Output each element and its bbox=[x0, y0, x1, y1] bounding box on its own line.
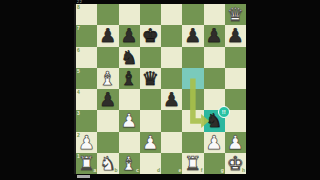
square-b3[interactable] bbox=[97, 110, 118, 131]
piece-black-pawn[interactable]: ♟ bbox=[119, 25, 140, 46]
square-c6[interactable]: ♞ bbox=[119, 47, 140, 68]
square-d2[interactable]: ♟ bbox=[140, 132, 161, 153]
piece-black-pawn[interactable]: ♟ bbox=[97, 89, 118, 110]
square-g2[interactable]: ♟ bbox=[204, 132, 225, 153]
piece-white-pawn[interactable]: ♟ bbox=[76, 132, 97, 153]
square-a4[interactable]: 4 bbox=[76, 89, 97, 110]
piece-black-pawn[interactable]: ♟ bbox=[182, 25, 203, 46]
bottom-left-marker bbox=[77, 175, 90, 178]
rank-label-7: 7 bbox=[77, 26, 80, 31]
square-g8[interactable] bbox=[204, 4, 225, 25]
rank-label-4: 4 bbox=[77, 90, 80, 95]
square-d3[interactable] bbox=[140, 110, 161, 131]
rank-label-8: 8 bbox=[77, 5, 80, 10]
square-a6[interactable]: 6 bbox=[76, 47, 97, 68]
brilliant-move-badge: !! bbox=[218, 106, 230, 118]
app-background: 22 !! 8♛7♟♟♚♟♟♟6♞5♝♝♛4♟♟3♟♞2♟♟♟♟1a♜b♞c♝d… bbox=[0, 0, 320, 180]
square-a1[interactable]: 1a♜ bbox=[76, 153, 97, 174]
square-c7[interactable]: ♟ bbox=[119, 25, 140, 46]
square-b2[interactable] bbox=[97, 132, 118, 153]
square-b4[interactable]: ♟ bbox=[97, 89, 118, 110]
rank-label-5: 5 bbox=[77, 69, 80, 74]
square-e3[interactable] bbox=[161, 110, 182, 131]
piece-white-pawn[interactable]: ♟ bbox=[140, 132, 161, 153]
file-label-g: g bbox=[221, 168, 224, 173]
square-c3[interactable]: ♟ bbox=[119, 110, 140, 131]
square-c1[interactable]: c♝ bbox=[119, 153, 140, 174]
square-a8[interactable]: 8 bbox=[76, 4, 97, 25]
square-b5[interactable]: ♝ bbox=[97, 68, 118, 89]
square-h5[interactable] bbox=[225, 68, 246, 89]
square-e8[interactable] bbox=[161, 4, 182, 25]
piece-white-king[interactable]: ♚ bbox=[225, 153, 246, 174]
square-c8[interactable] bbox=[119, 4, 140, 25]
square-e5[interactable] bbox=[161, 68, 182, 89]
piece-white-pawn[interactable]: ♟ bbox=[119, 110, 140, 131]
file-label-e: e bbox=[178, 168, 181, 173]
chess-board[interactable]: !! 8♛7♟♟♚♟♟♟6♞5♝♝♛4♟♟3♟♞2♟♟♟♟1a♜b♞c♝def♜… bbox=[76, 4, 246, 174]
square-d5[interactable]: ♛ bbox=[140, 68, 161, 89]
square-h1[interactable]: h♚ bbox=[225, 153, 246, 174]
square-f2[interactable] bbox=[182, 132, 203, 153]
piece-white-bishop[interactable]: ♝ bbox=[97, 68, 118, 89]
square-d7[interactable]: ♚ bbox=[140, 25, 161, 46]
square-f7[interactable]: ♟ bbox=[182, 25, 203, 46]
square-f1[interactable]: f♜ bbox=[182, 153, 203, 174]
square-b7[interactable]: ♟ bbox=[97, 25, 118, 46]
square-e2[interactable] bbox=[161, 132, 182, 153]
piece-black-queen[interactable]: ♛ bbox=[140, 68, 161, 89]
piece-black-knight[interactable]: ♞ bbox=[119, 47, 140, 68]
rank-label-3: 3 bbox=[77, 111, 80, 116]
square-e6[interactable] bbox=[161, 47, 182, 68]
piece-white-pawn[interactable]: ♟ bbox=[204, 132, 225, 153]
square-h2[interactable]: ♟ bbox=[225, 132, 246, 153]
square-f5[interactable] bbox=[182, 68, 203, 89]
square-e1[interactable]: e bbox=[161, 153, 182, 174]
file-label-d: d bbox=[157, 168, 160, 173]
rank-label-6: 6 bbox=[77, 48, 80, 53]
square-d8[interactable] bbox=[140, 4, 161, 25]
square-d6[interactable] bbox=[140, 47, 161, 68]
square-c5[interactable]: ♝ bbox=[119, 68, 140, 89]
piece-white-rook[interactable]: ♜ bbox=[76, 153, 97, 174]
piece-white-pawn[interactable]: ♟ bbox=[225, 132, 246, 153]
square-a7[interactable]: 7 bbox=[76, 25, 97, 46]
piece-black-king[interactable]: ♚ bbox=[140, 25, 161, 46]
square-d1[interactable]: d bbox=[140, 153, 161, 174]
square-h7[interactable]: ♟ bbox=[225, 25, 246, 46]
square-g5[interactable] bbox=[204, 68, 225, 89]
square-h8[interactable]: ♛ bbox=[225, 4, 246, 25]
piece-black-bishop[interactable]: ♝ bbox=[119, 68, 140, 89]
square-h6[interactable] bbox=[225, 47, 246, 68]
piece-black-pawn[interactable]: ♟ bbox=[225, 25, 246, 46]
square-b8[interactable] bbox=[97, 4, 118, 25]
piece-black-pawn[interactable]: ♟ bbox=[97, 25, 118, 46]
piece-white-queen[interactable]: ♛ bbox=[225, 4, 246, 25]
square-f8[interactable] bbox=[182, 4, 203, 25]
square-e4[interactable]: ♟ bbox=[161, 89, 182, 110]
square-f4[interactable] bbox=[182, 89, 203, 110]
piece-white-rook[interactable]: ♜ bbox=[182, 153, 203, 174]
square-e7[interactable] bbox=[161, 25, 182, 46]
square-g7[interactable]: ♟ bbox=[204, 25, 225, 46]
square-f3[interactable] bbox=[182, 110, 203, 131]
square-a2[interactable]: 2♟ bbox=[76, 132, 97, 153]
square-f6[interactable] bbox=[182, 47, 203, 68]
square-g1[interactable]: g bbox=[204, 153, 225, 174]
piece-black-pawn[interactable]: ♟ bbox=[161, 89, 182, 110]
square-g6[interactable] bbox=[204, 47, 225, 68]
square-c4[interactable] bbox=[119, 89, 140, 110]
piece-black-pawn[interactable]: ♟ bbox=[204, 25, 225, 46]
square-c2[interactable] bbox=[119, 132, 140, 153]
piece-white-knight[interactable]: ♞ bbox=[97, 153, 118, 174]
square-a3[interactable]: 3 bbox=[76, 110, 97, 131]
square-b6[interactable] bbox=[97, 47, 118, 68]
square-d4[interactable] bbox=[140, 89, 161, 110]
square-b1[interactable]: b♞ bbox=[97, 153, 118, 174]
square-a5[interactable]: 5 bbox=[76, 68, 97, 89]
piece-white-bishop[interactable]: ♝ bbox=[119, 153, 140, 174]
